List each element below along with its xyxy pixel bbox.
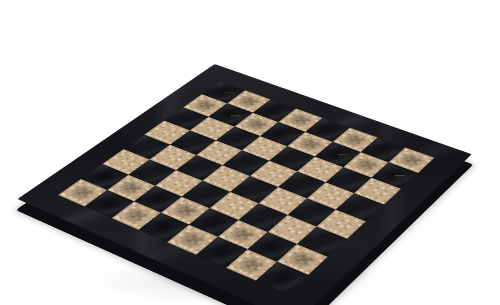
pawn-glyph: ♟: [380, 146, 410, 179]
pawn-glyph: ♟: [352, 136, 381, 169]
pawn-glyph: ♟: [269, 106, 297, 138]
pawn-glyph: ♟: [191, 78, 218, 109]
rook-glyph: ♜: [257, 227, 307, 282]
product-photo-scene: ♜♞♝♛♚♝♞♜♟♟♟♟♟♟♟♟♟♟♟♟♟♟♟♟♜♞♝♛♚♝♞♜: [0, 0, 500, 305]
pawn-glyph: ♟: [296, 116, 325, 148]
pawn-glyph: ♟: [217, 87, 245, 118]
square-h8[interactable]: ♜: [256, 262, 308, 294]
square-h4[interactable]: [336, 193, 384, 221]
square-e4[interactable]: [250, 161, 297, 187]
pawn-glyph: ♟: [243, 97, 271, 128]
pawn-glyph: ♟: [323, 126, 352, 158]
